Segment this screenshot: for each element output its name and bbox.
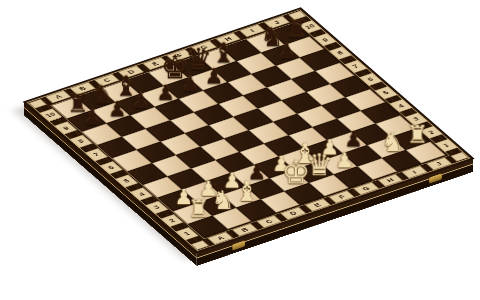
- piece-black-pawn[interactable]: ♟: [267, 42, 307, 63]
- piece-white-rook[interactable]: ♜: [179, 197, 219, 221]
- square-g6[interactable]: [258, 101, 297, 122]
- chess-board: ABCDEFGHIJ10♜♞♝♚♛♝♞♜109♟♟♟♟♟♟♟9887766554…: [24, 8, 473, 253]
- brass-clasp-left[interactable]: [233, 240, 246, 250]
- scene: ABCDEFGHIJ10♜♞♝♚♛♝♞♜109♟♟♟♟♟♟♟9887766554…: [0, 0, 480, 300]
- board-top-surface: ABCDEFGHIJ10♜♞♝♚♛♝♞♜109♟♟♟♟♟♟♟9887766554…: [24, 8, 473, 253]
- piece-black-pawn[interactable]: ♟: [73, 108, 113, 129]
- piece-white-king[interactable]: ♚: [276, 157, 316, 189]
- piece-white-knight[interactable]: ♞: [373, 129, 413, 155]
- brass-clasp-right[interactable]: [429, 173, 442, 183]
- board-grid: ABCDEFGHIJ10♜♞♝♚♛♝♞♜109♟♟♟♟♟♟♟9887766554…: [24, 8, 473, 253]
